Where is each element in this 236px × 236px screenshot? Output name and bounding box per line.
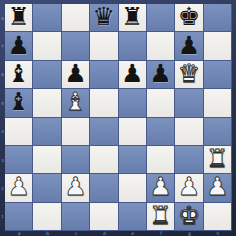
square-e2[interactable] [119,174,146,201]
piece-white-queen[interactable]: ♛ [178,61,200,86]
square-b8[interactable] [33,4,60,31]
piece-white-bishop[interactable]: ♝ [64,89,86,114]
square-a7[interactable]: ♟ [5,32,32,59]
square-d4[interactable] [90,118,117,145]
square-e7[interactable] [119,32,146,59]
square-f5[interactable] [147,89,174,116]
square-d1[interactable] [90,203,117,230]
piece-white-rook[interactable]: ♜ [206,146,228,171]
square-e8[interactable]: ♜ [119,4,146,31]
square-b5[interactable] [33,89,60,116]
file-label-e: e [119,230,147,236]
square-g7[interactable]: ♟ [175,32,202,59]
square-b1[interactable] [33,203,60,230]
square-h3[interactable]: ♜ [204,146,231,173]
square-d2[interactable] [90,174,117,201]
square-b2[interactable] [33,174,60,201]
square-h5[interactable] [204,89,231,116]
square-a3[interactable] [5,146,32,173]
square-c8[interactable] [62,4,89,31]
file-label-c: c [62,230,90,236]
piece-white-pawn[interactable]: ♟ [178,174,200,199]
square-f4[interactable] [147,118,174,145]
square-c2[interactable]: ♟ [62,174,89,201]
square-e1[interactable] [119,203,146,230]
square-e5[interactable] [119,89,146,116]
square-a1[interactable] [5,203,32,230]
file-label-d: d [90,230,118,236]
square-h7[interactable] [204,32,231,59]
piece-white-pawn[interactable]: ♟ [7,174,29,199]
square-g3[interactable] [175,146,202,173]
piece-white-king[interactable]: ♚ [178,203,200,228]
square-c7[interactable] [62,32,89,59]
square-b6[interactable] [33,61,60,88]
square-f3[interactable] [147,146,174,173]
square-h2[interactable]: ♟ [204,174,231,201]
square-g1[interactable]: ♚ [175,203,202,230]
file-label-f: f [147,230,175,236]
square-b7[interactable] [33,32,60,59]
square-b3[interactable] [33,146,60,173]
square-f8[interactable] [147,4,174,31]
file-label-a: a [5,230,33,236]
piece-black-queen[interactable]: ♛ [93,4,115,29]
square-f6[interactable]: ♟ [147,61,174,88]
square-b4[interactable] [33,118,60,145]
square-d6[interactable] [90,61,117,88]
square-c6[interactable]: ♟ [62,61,89,88]
piece-black-pawn[interactable]: ♟ [121,61,143,86]
square-g4[interactable] [175,118,202,145]
square-f2[interactable]: ♟ [147,174,174,201]
file-label-b: b [33,230,61,236]
piece-white-pawn[interactable]: ♟ [149,174,171,199]
piece-black-rook[interactable]: ♜ [121,4,143,29]
square-f7[interactable] [147,32,174,59]
square-c5[interactable]: ♝ [62,89,89,116]
square-a2[interactable]: ♟ [5,174,32,201]
file-label-h: h [204,230,232,236]
file-label-g: g [175,230,203,236]
piece-black-bishop[interactable]: ♝ [7,89,29,114]
piece-black-pawn[interactable]: ♟ [7,33,29,58]
chess-board[interactable]: ♜♛♜♚♟♟♝♟♟♟♛♝♝♜♟♟♟♟♟♜♚ [5,4,232,231]
square-a6[interactable]: ♝ [5,61,32,88]
square-e4[interactable] [119,118,146,145]
square-c1[interactable] [62,203,89,230]
piece-black-pawn[interactable]: ♟ [178,33,200,58]
square-c3[interactable] [62,146,89,173]
square-g8[interactable]: ♚ [175,4,202,31]
square-h4[interactable] [204,118,231,145]
piece-black-pawn[interactable]: ♟ [64,61,86,86]
piece-black-bishop[interactable]: ♝ [7,61,29,86]
file-labels: abcdefgh [5,230,232,236]
piece-black-pawn[interactable]: ♟ [149,61,171,86]
square-e6[interactable]: ♟ [119,61,146,88]
square-h8[interactable] [204,4,231,31]
piece-black-rook[interactable]: ♜ [7,4,29,29]
square-g2[interactable]: ♟ [175,174,202,201]
square-g5[interactable] [175,89,202,116]
chess-board-frame: 87654321 ♜♛♜♚♟♟♝♟♟♟♛♝♝♜♟♟♟♟♟♜♚ abcdefgh [0,0,236,236]
square-h6[interactable] [204,61,231,88]
piece-black-king[interactable]: ♚ [178,4,200,29]
square-h1[interactable] [204,203,231,230]
square-d3[interactable] [90,146,117,173]
square-g6[interactable]: ♛ [175,61,202,88]
square-a5[interactable]: ♝ [5,89,32,116]
piece-white-pawn[interactable]: ♟ [64,174,86,199]
square-d8[interactable]: ♛ [90,4,117,31]
piece-white-rook[interactable]: ♜ [149,203,171,228]
square-a4[interactable] [5,118,32,145]
square-a8[interactable]: ♜ [5,4,32,31]
square-d5[interactable] [90,89,117,116]
square-d7[interactable] [90,32,117,59]
square-c4[interactable] [62,118,89,145]
piece-white-pawn[interactable]: ♟ [206,174,228,199]
square-f1[interactable]: ♜ [147,203,174,230]
square-e3[interactable] [119,146,146,173]
